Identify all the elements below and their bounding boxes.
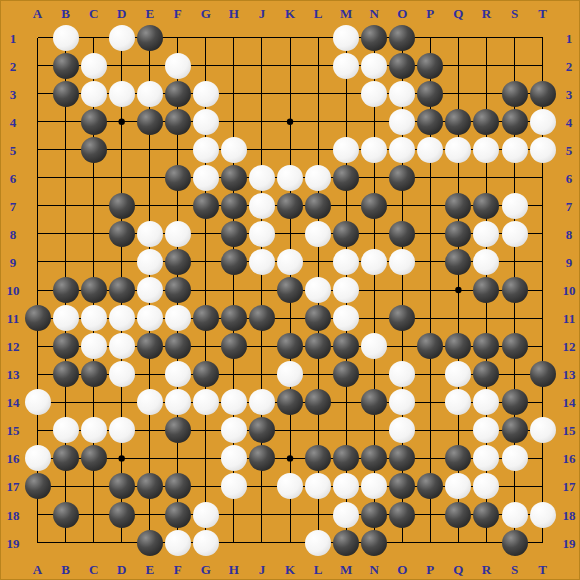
white-stone-R14[interactable] [473,389,499,415]
black-stone-K12[interactable] [277,333,303,359]
black-stone-S14[interactable] [502,389,528,415]
column-label-top: G [201,7,211,20]
white-stone-B1[interactable] [53,25,79,51]
column-label-top: T [538,7,547,20]
black-stone-S12[interactable] [502,333,528,359]
column-label-top: A [33,7,42,20]
black-stone-O6[interactable] [389,165,415,191]
white-stone-G6[interactable] [193,165,219,191]
column-label-bottom: N [370,563,379,576]
column-label-bottom: B [61,563,70,576]
star-point [118,455,124,461]
black-stone-Q16[interactable] [445,445,471,471]
black-stone-C4[interactable] [81,109,107,135]
column-label-bottom: S [511,563,518,576]
white-stone-B11[interactable] [53,305,79,331]
white-stone-E10[interactable] [137,277,163,303]
white-stone-D15[interactable] [109,417,135,443]
white-stone-D1[interactable] [109,25,135,51]
black-stone-Q18[interactable] [445,502,471,528]
white-stone-M1[interactable] [333,25,359,51]
white-stone-A16[interactable] [25,445,51,471]
black-stone-P3[interactable] [417,81,443,107]
white-stone-M17[interactable] [333,473,359,499]
white-stone-L8[interactable] [305,221,331,247]
star-point [287,118,293,124]
column-label-bottom: A [33,563,42,576]
black-stone-Q12[interactable] [445,333,471,359]
row-label-right: 14 [563,396,576,409]
column-label-bottom: P [426,563,434,576]
black-stone-F15[interactable] [165,417,191,443]
black-stone-P17[interactable] [417,473,443,499]
black-stone-N7[interactable] [361,193,387,219]
row-label-right: 9 [566,255,573,268]
black-stone-K14[interactable] [277,389,303,415]
white-stone-G5[interactable] [193,137,219,163]
white-stone-F2[interactable] [165,53,191,79]
row-label-right: 2 [566,59,573,72]
black-stone-F6[interactable] [165,165,191,191]
black-stone-B12[interactable] [53,333,79,359]
black-stone-Q7[interactable] [445,193,471,219]
black-stone-G13[interactable] [193,361,219,387]
white-stone-C15[interactable] [81,417,107,443]
black-stone-M6[interactable] [333,165,359,191]
column-label-top: R [482,7,491,20]
white-stone-D3[interactable] [109,81,135,107]
black-stone-D8[interactable] [109,221,135,247]
black-stone-C13[interactable] [81,361,107,387]
white-stone-L6[interactable] [305,165,331,191]
row-label-right: 5 [566,143,573,156]
white-stone-N5[interactable] [361,137,387,163]
white-stone-E8[interactable] [137,221,163,247]
white-stone-K9[interactable] [277,249,303,275]
column-label-top: L [314,7,323,20]
black-stone-O1[interactable] [389,25,415,51]
black-stone-N1[interactable] [361,25,387,51]
black-stone-A17[interactable] [25,473,51,499]
black-stone-N16[interactable] [361,445,387,471]
white-stone-A14[interactable] [25,389,51,415]
black-stone-O17[interactable] [389,473,415,499]
white-stone-O4[interactable] [389,109,415,135]
black-stone-B16[interactable] [53,445,79,471]
black-stone-D10[interactable] [109,277,135,303]
white-stone-S8[interactable] [502,221,528,247]
white-stone-G18[interactable] [193,502,219,528]
row-label-left: 2 [10,59,17,72]
white-stone-K17[interactable] [277,473,303,499]
white-stone-O13[interactable] [389,361,415,387]
white-stone-M5[interactable] [333,137,359,163]
row-label-right: 7 [566,199,573,212]
white-stone-H16[interactable] [221,445,247,471]
black-stone-G7[interactable] [193,193,219,219]
white-stone-Q17[interactable] [445,473,471,499]
white-stone-S7[interactable] [502,193,528,219]
black-stone-K7[interactable] [277,193,303,219]
star-point [455,287,461,293]
white-stone-O15[interactable] [389,417,415,443]
white-stone-L17[interactable] [305,473,331,499]
black-stone-R13[interactable] [473,361,499,387]
white-stone-F14[interactable] [165,389,191,415]
white-stone-D13[interactable] [109,361,135,387]
white-stone-C11[interactable] [81,305,107,331]
white-stone-K13[interactable] [277,361,303,387]
row-label-left: 1 [10,31,17,44]
white-stone-Q13[interactable] [445,361,471,387]
row-label-left: 8 [10,227,17,240]
black-stone-E4[interactable] [137,109,163,135]
column-label-top: Q [453,7,463,20]
black-stone-P4[interactable] [417,109,443,135]
column-label-bottom: Q [453,563,463,576]
white-stone-N2[interactable] [361,53,387,79]
white-stone-M10[interactable] [333,277,359,303]
white-stone-N17[interactable] [361,473,387,499]
black-stone-O18[interactable] [389,502,415,528]
black-stone-L12[interactable] [305,333,331,359]
column-label-bottom: C [89,563,98,576]
column-label-bottom: D [117,563,126,576]
white-stone-O5[interactable] [389,137,415,163]
column-label-top: P [426,7,434,20]
row-label-left: 17 [7,480,20,493]
row-label-left: 4 [10,115,17,128]
row-label-right: 19 [563,536,576,549]
white-stone-L19[interactable] [305,530,331,556]
white-stone-O9[interactable] [389,249,415,275]
white-stone-N12[interactable] [361,333,387,359]
black-stone-B13[interactable] [53,361,79,387]
white-stone-F13[interactable] [165,361,191,387]
white-stone-S16[interactable] [502,445,528,471]
black-stone-S15[interactable] [502,417,528,443]
row-label-left: 15 [7,424,20,437]
white-stone-P5[interactable] [417,137,443,163]
white-stone-J7[interactable] [249,193,275,219]
row-label-left: 9 [10,255,17,268]
white-stone-M11[interactable] [333,305,359,331]
white-stone-G4[interactable] [193,109,219,135]
white-stone-M18[interactable] [333,502,359,528]
row-label-left: 7 [10,199,17,212]
black-stone-M13[interactable] [333,361,359,387]
row-label-right: 6 [566,171,573,184]
column-label-bottom: M [340,563,352,576]
row-label-left: 12 [7,340,20,353]
column-label-bottom: K [285,563,295,576]
black-stone-B18[interactable] [53,502,79,528]
white-stone-M9[interactable] [333,249,359,275]
column-label-top: M [340,7,352,20]
white-stone-N3[interactable] [361,81,387,107]
black-stone-J16[interactable] [249,445,275,471]
row-label-right: 1 [566,31,573,44]
black-stone-N14[interactable] [361,389,387,415]
white-stone-F11[interactable] [165,305,191,331]
star-point [287,455,293,461]
column-label-top: O [397,7,407,20]
black-stone-R10[interactable] [473,277,499,303]
column-label-top: F [174,7,182,20]
black-stone-B2[interactable] [53,53,79,79]
black-stone-H9[interactable] [221,249,247,275]
white-stone-R17[interactable] [473,473,499,499]
black-stone-C10[interactable] [81,277,107,303]
white-stone-T18[interactable] [530,502,556,528]
white-stone-T4[interactable] [530,109,556,135]
black-stone-E19[interactable] [137,530,163,556]
black-stone-J15[interactable] [249,417,275,443]
black-stone-P2[interactable] [417,53,443,79]
white-stone-G14[interactable] [193,389,219,415]
column-label-bottom: T [538,563,547,576]
black-stone-H11[interactable] [221,305,247,331]
black-stone-Q4[interactable] [445,109,471,135]
column-label-top: K [285,7,295,20]
black-stone-S4[interactable] [502,109,528,135]
star-point [118,118,124,124]
row-label-right: 15 [563,424,576,437]
black-stone-S10[interactable] [502,277,528,303]
white-stone-H15[interactable] [221,417,247,443]
row-label-left: 18 [7,508,20,521]
column-label-bottom: J [259,563,266,576]
black-stone-F9[interactable] [165,249,191,275]
black-stone-L16[interactable] [305,445,331,471]
black-stone-S3[interactable] [502,81,528,107]
black-stone-F17[interactable] [165,473,191,499]
row-label-right: 18 [563,508,576,521]
black-stone-F3[interactable] [165,81,191,107]
black-stone-K10[interactable] [277,277,303,303]
row-label-right: 13 [563,368,576,381]
column-label-bottom: H [229,563,239,576]
white-stone-R15[interactable] [473,417,499,443]
black-stone-E1[interactable] [137,25,163,51]
black-stone-H12[interactable] [221,333,247,359]
column-label-bottom: E [145,563,154,576]
black-stone-R7[interactable] [473,193,499,219]
column-label-top: C [89,7,98,20]
white-stone-B15[interactable] [53,417,79,443]
black-stone-R18[interactable] [473,502,499,528]
white-stone-D11[interactable] [109,305,135,331]
white-stone-K6[interactable] [277,165,303,191]
column-label-top: J [259,7,266,20]
white-stone-T15[interactable] [530,417,556,443]
white-stone-S5[interactable] [502,137,528,163]
white-stone-J8[interactable] [249,221,275,247]
row-label-right: 11 [563,312,575,325]
go-board: AABBCCDDEEFFGGHHJJKKLLMMNNOOPPQQRRSSTT11… [0,0,580,580]
white-stone-J14[interactable] [249,389,275,415]
row-label-left: 6 [10,171,17,184]
column-label-top: E [145,7,154,20]
white-stone-M2[interactable] [333,53,359,79]
column-label-bottom: L [314,563,323,576]
white-stone-S18[interactable] [502,502,528,528]
white-stone-J9[interactable] [249,249,275,275]
row-label-right: 3 [566,87,573,100]
white-stone-G19[interactable] [193,530,219,556]
black-stone-Q8[interactable] [445,221,471,247]
white-stone-O3[interactable] [389,81,415,107]
black-stone-C16[interactable] [81,445,107,471]
white-stone-R8[interactable] [473,221,499,247]
column-label-top: N [370,7,379,20]
row-label-left: 16 [7,452,20,465]
row-label-right: 16 [563,452,576,465]
row-label-left: 3 [10,87,17,100]
white-stone-R9[interactable] [473,249,499,275]
row-label-right: 17 [563,480,576,493]
row-label-left: 10 [7,284,20,297]
white-stone-C2[interactable] [81,53,107,79]
white-stone-H5[interactable] [221,137,247,163]
white-stone-Q5[interactable] [445,137,471,163]
black-stone-C5[interactable] [81,137,107,163]
row-label-left: 19 [7,536,20,549]
white-stone-R16[interactable] [473,445,499,471]
white-stone-T5[interactable] [530,137,556,163]
black-stone-O2[interactable] [389,53,415,79]
white-stone-C12[interactable] [81,333,107,359]
black-stone-L7[interactable] [305,193,331,219]
black-stone-L11[interactable] [305,305,331,331]
white-stone-G3[interactable] [193,81,219,107]
black-stone-M8[interactable] [333,221,359,247]
black-stone-D18[interactable] [109,502,135,528]
column-label-bottom: F [174,563,182,576]
white-stone-F19[interactable] [165,530,191,556]
black-stone-F4[interactable] [165,109,191,135]
black-stone-P12[interactable] [417,333,443,359]
black-stone-R4[interactable] [473,109,499,135]
white-stone-J6[interactable] [249,165,275,191]
white-stone-E3[interactable] [137,81,163,107]
black-stone-Q9[interactable] [445,249,471,275]
white-stone-H17[interactable] [221,473,247,499]
white-stone-H14[interactable] [221,389,247,415]
black-stone-D17[interactable] [109,473,135,499]
white-stone-E9[interactable] [137,249,163,275]
row-label-right: 4 [566,115,573,128]
black-stone-M19[interactable] [333,530,359,556]
row-label-left: 11 [7,312,19,325]
black-stone-H7[interactable] [221,193,247,219]
row-label-right: 10 [563,284,576,297]
black-stone-N19[interactable] [361,530,387,556]
column-label-bottom: O [397,563,407,576]
black-stone-B3[interactable] [53,81,79,107]
white-stone-Q14[interactable] [445,389,471,415]
black-stone-D7[interactable] [109,193,135,219]
row-label-right: 8 [566,227,573,240]
black-stone-N18[interactable] [361,502,387,528]
white-stone-F8[interactable] [165,221,191,247]
white-stone-O14[interactable] [389,389,415,415]
black-stone-J11[interactable] [249,305,275,331]
black-stone-O8[interactable] [389,221,415,247]
white-stone-E14[interactable] [137,389,163,415]
column-label-bottom: G [201,563,211,576]
row-label-right: 12 [563,340,576,353]
black-stone-F10[interactable] [165,277,191,303]
black-stone-G11[interactable] [193,305,219,331]
black-stone-E12[interactable] [137,333,163,359]
black-stone-E17[interactable] [137,473,163,499]
black-stone-T13[interactable] [530,361,556,387]
white-stone-E11[interactable] [137,305,163,331]
black-stone-F18[interactable] [165,502,191,528]
black-stone-H8[interactable] [221,221,247,247]
white-stone-D12[interactable] [109,333,135,359]
white-stone-N9[interactable] [361,249,387,275]
column-label-top: S [511,7,518,20]
black-stone-M16[interactable] [333,445,359,471]
black-stone-B10[interactable] [53,277,79,303]
column-label-bottom: R [482,563,491,576]
black-stone-O16[interactable] [389,445,415,471]
black-stone-T3[interactable] [530,81,556,107]
black-stone-O11[interactable] [389,305,415,331]
black-stone-L14[interactable] [305,389,331,415]
black-stone-F12[interactable] [165,333,191,359]
column-label-top: D [117,7,126,20]
black-stone-R12[interactable] [473,333,499,359]
column-label-top: H [229,7,239,20]
black-stone-H6[interactable] [221,165,247,191]
row-label-left: 5 [10,143,17,156]
white-stone-C3[interactable] [81,81,107,107]
column-label-top: B [61,7,70,20]
black-stone-S19[interactable] [502,530,528,556]
black-stone-A11[interactable] [25,305,51,331]
row-label-left: 14 [7,396,20,409]
row-label-left: 13 [7,368,20,381]
white-stone-L10[interactable] [305,277,331,303]
white-stone-R5[interactable] [473,137,499,163]
black-stone-M12[interactable] [333,333,359,359]
